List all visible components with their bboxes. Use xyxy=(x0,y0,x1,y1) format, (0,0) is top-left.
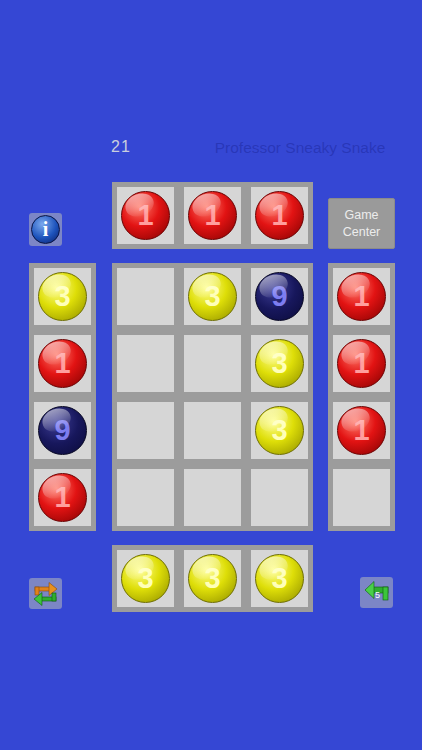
ball-number: 3 xyxy=(204,562,220,595)
cell-bottom-2[interactable]: 3 xyxy=(251,550,308,607)
red-ball-1[interactable]: 1 xyxy=(337,272,386,321)
ball-number: 1 xyxy=(353,280,369,313)
cell-center-2[interactable]: 9 xyxy=(251,268,308,325)
cell-left-2[interactable]: 9 xyxy=(34,402,91,459)
yellow-ball-3[interactable]: 3 xyxy=(188,554,237,603)
cell-right-1[interactable]: 1 xyxy=(333,335,390,392)
cell-center-4[interactable] xyxy=(184,335,241,392)
cell-center-8[interactable]: 3 xyxy=(251,402,308,459)
cell-center-9[interactable] xyxy=(117,469,174,526)
red-ball-1[interactable]: 1 xyxy=(121,191,170,240)
red-ball-1[interactable]: 1 xyxy=(337,406,386,455)
cell-left-1[interactable]: 1 xyxy=(34,335,91,392)
ball-number: 1 xyxy=(54,347,70,380)
ball-number: 9 xyxy=(54,414,70,447)
ball-number: 3 xyxy=(204,280,220,313)
ball-number: 3 xyxy=(54,280,70,313)
yellow-ball-3[interactable]: 3 xyxy=(188,272,237,321)
bottom-hint-tray: 333 xyxy=(112,545,313,612)
cell-top-2[interactable]: 1 xyxy=(251,187,308,244)
navy-ball-9[interactable]: 9 xyxy=(38,406,87,455)
undo-button[interactable]: 5 xyxy=(360,577,393,608)
cell-center-3[interactable] xyxy=(117,335,174,392)
cell-top-1[interactable]: 1 xyxy=(184,187,241,244)
undo-arrow-icon: 5 xyxy=(363,580,391,606)
ball-number: 3 xyxy=(271,562,287,595)
yellow-ball-3[interactable]: 3 xyxy=(38,272,87,321)
game-center-button[interactable]: Game Center xyxy=(328,198,395,249)
cell-right-0[interactable]: 1 xyxy=(333,268,390,325)
cell-right-3[interactable] xyxy=(333,469,390,526)
restart-button[interactable] xyxy=(29,578,62,609)
left-hint-tray: 3191 xyxy=(29,263,96,531)
center-board-grid: 3933 xyxy=(112,263,313,531)
cell-center-11[interactable] xyxy=(251,469,308,526)
info-icon: i xyxy=(31,215,60,244)
red-ball-1[interactable]: 1 xyxy=(38,473,87,522)
cell-center-0[interactable] xyxy=(117,268,174,325)
yellow-ball-3[interactable]: 3 xyxy=(255,406,304,455)
yellow-ball-3[interactable]: 3 xyxy=(121,554,170,603)
cell-center-6[interactable] xyxy=(117,402,174,459)
ball-number: 1 xyxy=(353,347,369,380)
undo-count-badge: 5 xyxy=(375,589,380,599)
cell-bottom-0[interactable]: 3 xyxy=(117,550,174,607)
cell-left-0[interactable]: 3 xyxy=(34,268,91,325)
info-button[interactable]: i xyxy=(29,213,62,246)
cell-bottom-1[interactable]: 3 xyxy=(184,550,241,607)
game-screen: 21 Professor Sneaky Snake i Game Center … xyxy=(0,0,422,750)
cell-center-10[interactable] xyxy=(184,469,241,526)
ball-number: 3 xyxy=(137,562,153,595)
navy-ball-9[interactable]: 9 xyxy=(255,272,304,321)
cell-center-1[interactable]: 3 xyxy=(184,268,241,325)
top-hint-tray: 111 xyxy=(112,182,313,249)
ball-number: 1 xyxy=(353,414,369,447)
ball-number: 1 xyxy=(204,199,220,232)
red-ball-1[interactable]: 1 xyxy=(38,339,87,388)
game-center-label: Game Center xyxy=(338,207,386,240)
cell-center-5[interactable]: 3 xyxy=(251,335,308,392)
cell-center-7[interactable] xyxy=(184,402,241,459)
ball-number: 1 xyxy=(137,199,153,232)
ball-number: 1 xyxy=(54,481,70,514)
cell-right-2[interactable]: 1 xyxy=(333,402,390,459)
cell-left-3[interactable]: 1 xyxy=(34,469,91,526)
yellow-ball-3[interactable]: 3 xyxy=(255,339,304,388)
red-ball-1[interactable]: 1 xyxy=(337,339,386,388)
red-ball-1[interactable]: 1 xyxy=(255,191,304,240)
ball-number: 9 xyxy=(271,280,287,313)
right-hint-tray: 111 xyxy=(328,263,395,531)
ball-number: 3 xyxy=(271,347,287,380)
app-title-watermark: Professor Sneaky Snake xyxy=(205,139,395,157)
cell-top-0[interactable]: 1 xyxy=(117,187,174,244)
restart-icon xyxy=(32,581,59,607)
yellow-ball-3[interactable]: 3 xyxy=(255,554,304,603)
move-counter: 21 xyxy=(111,138,131,156)
ball-number: 3 xyxy=(271,414,287,447)
ball-number: 1 xyxy=(271,199,287,232)
red-ball-1[interactable]: 1 xyxy=(188,191,237,240)
